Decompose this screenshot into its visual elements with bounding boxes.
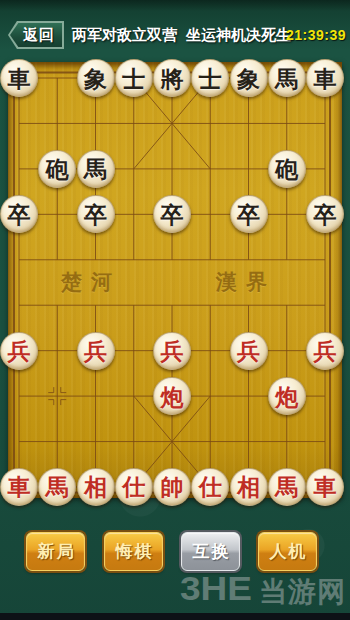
piece-character: 車 — [8, 475, 31, 498]
piece-character: 馬 — [275, 67, 298, 90]
piece-character: 相 — [237, 475, 260, 498]
piece-character: 砲 — [275, 157, 298, 180]
piece-red-soldier[interactable]: 兵 — [306, 332, 344, 370]
game-clock: 21:39:39 — [286, 27, 346, 43]
piece-red-general[interactable]: 帥 — [153, 468, 191, 506]
piece-character: 象 — [237, 67, 260, 90]
board-grid — [8, 62, 342, 498]
piece-character: 卒 — [8, 203, 31, 226]
piece-character: 車 — [314, 67, 337, 90]
piece-character: 帥 — [161, 475, 184, 498]
piece-red-elephant[interactable]: 相 — [230, 468, 268, 506]
piece-black-chariot[interactable]: 車 — [306, 59, 344, 97]
piece-character: 兵 — [161, 339, 184, 362]
piece-character: 炮 — [161, 385, 184, 408]
piece-black-advisor[interactable]: 士 — [191, 59, 229, 97]
piece-black-soldier[interactable]: 卒 — [230, 195, 268, 233]
piece-black-chariot[interactable]: 車 — [0, 59, 38, 97]
swap-sides-label: 互换 — [191, 540, 231, 563]
piece-black-soldier[interactable]: 卒 — [77, 195, 115, 233]
piece-black-horse[interactable]: 馬 — [77, 150, 115, 188]
page-title: 两军对敌立双营坐运神机决死生 — [72, 26, 291, 45]
piece-character: 卒 — [161, 203, 184, 226]
piece-character: 兵 — [314, 339, 337, 362]
title-phrase-left: 两军对敌立双营 — [72, 26, 177, 43]
piece-character: 砲 — [46, 157, 69, 180]
xiangqi-app-screen: 返回 两军对敌立双营坐运神机决死生 21:39:39 楚河 漢界 車象士將士象馬… — [0, 0, 350, 620]
piece-red-soldier[interactable]: 兵 — [153, 332, 191, 370]
river-label-left: 楚河 — [61, 268, 121, 296]
back-button[interactable]: 返回 — [8, 21, 64, 49]
top-bar: 返回 两军对敌立双营坐运神机决死生 21:39:39 — [0, 0, 350, 56]
back-button-label: 返回 — [17, 26, 55, 45]
undo-move-button[interactable]: 悔棋 — [104, 532, 163, 571]
watermark-logo: 3HE — [180, 570, 252, 609]
watermark-site-name: 当游网 — [259, 573, 346, 611]
piece-character: 車 — [8, 67, 31, 90]
piece-character: 卒 — [314, 203, 337, 226]
piece-black-elephant[interactable]: 象 — [77, 59, 115, 97]
piece-red-soldier[interactable]: 兵 — [230, 332, 268, 370]
piece-black-cannon[interactable]: 砲 — [268, 150, 306, 188]
piece-character: 兵 — [84, 339, 107, 362]
piece-black-elephant[interactable]: 象 — [230, 59, 268, 97]
piece-red-elephant[interactable]: 相 — [77, 468, 115, 506]
piece-character: 車 — [314, 475, 337, 498]
piece-character: 象 — [84, 67, 107, 90]
new-game-button[interactable]: 新局 — [26, 532, 85, 571]
piece-red-chariot[interactable]: 車 — [0, 468, 38, 506]
piece-red-cannon[interactable]: 炮 — [153, 377, 191, 415]
piece-character: 士 — [122, 67, 145, 90]
site-watermark: 3HE 当游网 — [180, 568, 346, 611]
xiangqi-board[interactable]: 楚河 漢界 車象士將士象馬車砲馬砲卒卒卒卒卒兵兵兵兵兵炮炮車馬相仕帥仕相馬車 — [8, 62, 342, 498]
piece-character: 兵 — [8, 339, 31, 362]
piece-red-horse[interactable]: 馬 — [268, 468, 306, 506]
back-button-face: 返回 — [10, 23, 62, 47]
piece-character: 仕 — [199, 475, 222, 498]
piece-character: 仕 — [122, 475, 145, 498]
piece-character: 馬 — [84, 157, 107, 180]
vs-ai-label: 人机 — [268, 540, 308, 563]
new-game-label: 新局 — [36, 540, 76, 563]
piece-red-soldier[interactable]: 兵 — [0, 332, 38, 370]
piece-red-cannon[interactable]: 炮 — [268, 377, 306, 415]
piece-black-advisor[interactable]: 士 — [115, 59, 153, 97]
piece-character: 馬 — [46, 475, 69, 498]
piece-character: 卒 — [237, 203, 260, 226]
piece-character: 相 — [84, 475, 107, 498]
river-label-right: 漢界 — [216, 268, 276, 296]
piece-black-general[interactable]: 將 — [153, 59, 191, 97]
vs-ai-button[interactable]: 人机 — [258, 532, 317, 571]
piece-character: 將 — [161, 67, 184, 90]
swap-sides-button[interactable]: 互换 — [181, 532, 240, 571]
piece-character: 卒 — [84, 203, 107, 226]
undo-move-label: 悔棋 — [114, 540, 154, 563]
piece-character: 馬 — [275, 475, 298, 498]
piece-red-chariot[interactable]: 車 — [306, 468, 344, 506]
piece-red-soldier[interactable]: 兵 — [77, 332, 115, 370]
piece-character: 兵 — [237, 339, 260, 362]
title-phrase-right: 坐运神机决死生 — [186, 26, 291, 43]
piece-black-horse[interactable]: 馬 — [268, 59, 306, 97]
piece-black-cannon[interactable]: 砲 — [38, 150, 76, 188]
piece-character: 炮 — [275, 385, 298, 408]
piece-red-horse[interactable]: 馬 — [38, 468, 76, 506]
piece-red-advisor[interactable]: 仕 — [191, 468, 229, 506]
bottom-strip — [0, 613, 350, 620]
piece-red-advisor[interactable]: 仕 — [115, 468, 153, 506]
piece-character: 士 — [199, 67, 222, 90]
